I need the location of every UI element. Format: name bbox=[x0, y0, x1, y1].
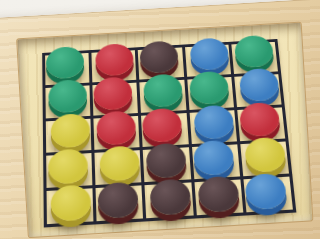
cell-r3c1 bbox=[46, 119, 92, 153]
cell-r4c2 bbox=[95, 150, 142, 185]
cell-r4c1 bbox=[46, 153, 92, 188]
cell-r4c5 bbox=[240, 141, 289, 176]
disc-green[interactable] bbox=[233, 35, 274, 68]
disc-yellow[interactable] bbox=[51, 113, 91, 148]
cell-r5c3 bbox=[145, 182, 193, 218]
disc-black[interactable] bbox=[146, 142, 187, 178]
wooden-frame bbox=[0, 0, 320, 239]
disc-blue[interactable] bbox=[244, 173, 287, 210]
cell-r3c4 bbox=[189, 110, 237, 144]
disc-blue[interactable] bbox=[238, 68, 280, 102]
disc-blue[interactable] bbox=[189, 37, 229, 70]
disc-green[interactable] bbox=[188, 71, 229, 105]
disc-black[interactable] bbox=[140, 40, 180, 73]
disc-yellow[interactable] bbox=[48, 148, 88, 184]
disc-red[interactable] bbox=[93, 76, 133, 110]
disc-red[interactable] bbox=[96, 110, 136, 145]
disc-red[interactable] bbox=[239, 102, 281, 137]
photo-background bbox=[0, 0, 320, 239]
disc-blue[interactable] bbox=[192, 140, 234, 176]
cell-r3c5 bbox=[237, 107, 285, 141]
game-grid bbox=[42, 39, 296, 228]
cell-r4c3 bbox=[143, 147, 191, 182]
cell-r5c1 bbox=[47, 188, 94, 224]
disc-red[interactable] bbox=[95, 43, 134, 77]
disc-yellow[interactable] bbox=[244, 137, 287, 173]
disc-green[interactable] bbox=[48, 79, 87, 113]
cell-r5c4 bbox=[194, 179, 243, 215]
disc-black[interactable] bbox=[150, 178, 192, 215]
cell-r3c3 bbox=[141, 113, 188, 147]
cell-r5c5 bbox=[243, 177, 293, 213]
disc-black[interactable] bbox=[197, 176, 240, 213]
cell-r4c4 bbox=[192, 144, 240, 179]
disc-black[interactable] bbox=[98, 182, 139, 219]
disc-red[interactable] bbox=[142, 108, 183, 143]
disc-yellow[interactable] bbox=[51, 184, 92, 222]
disc-blue[interactable] bbox=[193, 105, 234, 140]
cell-r5c2 bbox=[96, 185, 144, 221]
disc-yellow[interactable] bbox=[100, 145, 141, 181]
disc-green[interactable] bbox=[46, 46, 84, 80]
disc-green[interactable] bbox=[143, 73, 183, 107]
cell-r3c2 bbox=[94, 116, 140, 150]
board-surface bbox=[16, 22, 313, 239]
